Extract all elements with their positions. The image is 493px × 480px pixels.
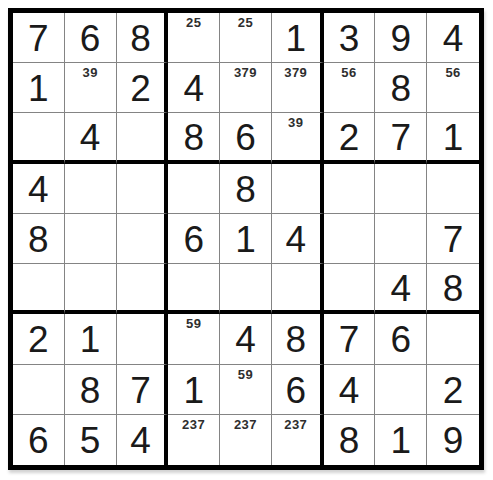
cell-digit: 4 xyxy=(183,68,204,107)
cell-r8c1[interactable] xyxy=(13,365,65,415)
cell-r2c4[interactable]: 4 xyxy=(168,63,220,113)
cell-r5c4[interactable]: 6 xyxy=(168,214,220,264)
cell-digit: 7 xyxy=(391,117,412,156)
cell-r7c9[interactable] xyxy=(427,314,479,364)
cell-digit: 2 xyxy=(130,68,151,107)
cell-r2c2[interactable]: 39 xyxy=(65,63,117,113)
cell-r7c5[interactable]: 4 xyxy=(220,314,272,364)
cell-r2c9[interactable]: 56 xyxy=(427,63,479,113)
cell-r8c4[interactable]: 1 xyxy=(168,365,220,415)
pencil-marks: 25 xyxy=(168,15,219,30)
cell-r5c1[interactable]: 8 xyxy=(13,214,65,264)
cell-r3c2[interactable]: 4 xyxy=(65,113,117,163)
pencil-marks: 379 xyxy=(272,65,320,80)
cell-r3c1[interactable] xyxy=(13,113,65,163)
cell-digit: 8 xyxy=(235,169,256,208)
cell-r8c6[interactable]: 6 xyxy=(272,365,324,415)
cell-digit: 1 xyxy=(80,319,101,358)
cell-digit: 6 xyxy=(285,370,306,409)
pencil-marks: 39 xyxy=(65,65,116,80)
cell-r9c9[interactable]: 9 xyxy=(427,415,479,465)
cell-r9c6[interactable]: 237 xyxy=(272,415,324,465)
cell-r9c4[interactable]: 237 xyxy=(168,415,220,465)
cell-r1c8[interactable]: 9 xyxy=(375,13,427,63)
cell-digit: 2 xyxy=(28,319,49,358)
cell-r5c8[interactable] xyxy=(375,214,427,264)
cell-r4c8[interactable] xyxy=(375,164,427,214)
cell-digit: 3 xyxy=(339,18,360,57)
cell-digit: 4 xyxy=(339,370,360,409)
cell-digit: 9 xyxy=(391,18,412,57)
cell-digit: 9 xyxy=(443,420,464,459)
cell-digit: 4 xyxy=(235,319,256,358)
cell-r1c2[interactable]: 6 xyxy=(65,13,117,63)
cell-r8c9[interactable]: 2 xyxy=(427,365,479,415)
cell-r2c5[interactable]: 379 xyxy=(220,63,272,113)
cell-digit: 4 xyxy=(391,268,412,307)
cell-r9c2[interactable]: 5 xyxy=(65,415,117,465)
cell-r1c3[interactable]: 8 xyxy=(117,13,169,63)
cell-digit: 4 xyxy=(285,219,306,258)
cell-r1c5[interactable]: 25 xyxy=(220,13,272,63)
cell-digit: 7 xyxy=(28,18,49,57)
cell-digit: 8 xyxy=(285,319,306,358)
cell-r7c3[interactable] xyxy=(117,314,169,364)
cell-digit: 8 xyxy=(339,420,360,459)
cell-digit: 8 xyxy=(130,18,151,57)
cell-r6c8[interactable]: 4 xyxy=(375,264,427,314)
cell-digit: 7 xyxy=(339,319,360,358)
cell-r3c5[interactable]: 6 xyxy=(220,113,272,163)
cell-digit: 1 xyxy=(443,117,464,156)
cell-digit: 1 xyxy=(183,370,204,409)
cell-digit: 8 xyxy=(391,68,412,107)
cell-r1c1[interactable]: 7 xyxy=(13,13,65,63)
cell-r7c4[interactable]: 59 xyxy=(168,314,220,364)
cell-r8c5[interactable]: 59 xyxy=(220,365,272,415)
sudoku-board: 7682525139413924379379568564863927148861… xyxy=(8,8,484,470)
cell-digit: 6 xyxy=(183,219,204,258)
cell-r6c2[interactable] xyxy=(65,264,117,314)
cell-r6c4[interactable] xyxy=(168,264,220,314)
cell-r4c5[interactable]: 8 xyxy=(220,164,272,214)
cell-digit: 6 xyxy=(80,18,101,57)
cell-r4c9[interactable] xyxy=(427,164,479,214)
cell-digit: 1 xyxy=(235,219,256,258)
cell-r9c1[interactable]: 6 xyxy=(13,415,65,465)
pencil-marks: 39 xyxy=(272,115,320,130)
pencil-marks: 59 xyxy=(168,316,219,331)
pencil-marks: 237 xyxy=(168,417,219,432)
cell-r6c6[interactable] xyxy=(272,264,324,314)
cell-digit: 8 xyxy=(28,219,49,258)
cell-r2c8[interactable]: 8 xyxy=(375,63,427,113)
pencil-marks: 56 xyxy=(427,65,479,80)
cell-digit: 4 xyxy=(80,117,101,156)
cell-r4c7[interactable] xyxy=(324,164,376,214)
cell-r2c6[interactable]: 379 xyxy=(272,63,324,113)
cell-r8c8[interactable] xyxy=(375,365,427,415)
cell-r7c1[interactable]: 2 xyxy=(13,314,65,364)
cell-r5c9[interactable]: 7 xyxy=(427,214,479,264)
cell-r3c9[interactable]: 1 xyxy=(427,113,479,163)
cell-digit: 5 xyxy=(80,420,101,459)
cell-r4c3[interactable] xyxy=(117,164,169,214)
cell-r9c3[interactable]: 4 xyxy=(117,415,169,465)
cell-r8c7[interactable]: 4 xyxy=(324,365,376,415)
cell-digit: 2 xyxy=(339,117,360,156)
cell-r1c6[interactable]: 1 xyxy=(272,13,324,63)
cell-digit: 7 xyxy=(130,370,151,409)
pencil-marks: 237 xyxy=(272,417,320,432)
cell-r1c9[interactable]: 4 xyxy=(427,13,479,63)
cell-r4c1[interactable]: 4 xyxy=(13,164,65,214)
cell-digit: 1 xyxy=(391,420,412,459)
cell-r6c5[interactable] xyxy=(220,264,272,314)
cell-digit: 4 xyxy=(443,18,464,57)
cell-digit: 7 xyxy=(443,219,464,258)
cell-r7c6[interactable]: 8 xyxy=(272,314,324,364)
cell-r4c4[interactable] xyxy=(168,164,220,214)
cell-r3c6[interactable]: 39 xyxy=(272,113,324,163)
cell-r9c8[interactable]: 1 xyxy=(375,415,427,465)
pencil-marks: 379 xyxy=(220,65,271,80)
cell-digit: 6 xyxy=(235,117,256,156)
cell-r3c4[interactable]: 8 xyxy=(168,113,220,163)
cell-r3c3[interactable] xyxy=(117,113,169,163)
cell-digit: 6 xyxy=(391,319,412,358)
cell-digit: 1 xyxy=(285,18,306,57)
pencil-marks: 56 xyxy=(324,65,375,80)
cell-r2c1[interactable]: 1 xyxy=(13,63,65,113)
pencil-marks: 237 xyxy=(220,417,271,432)
cell-r1c4[interactable]: 25 xyxy=(168,13,220,63)
cell-r5c7[interactable] xyxy=(324,214,376,264)
cell-digit: 8 xyxy=(183,117,204,156)
pencil-marks: 59 xyxy=(220,367,271,382)
cell-digit: 2 xyxy=(443,370,464,409)
cell-r8c3[interactable]: 7 xyxy=(117,365,169,415)
cell-r9c5[interactable]: 237 xyxy=(220,415,272,465)
cell-r5c6[interactable]: 4 xyxy=(272,214,324,264)
cell-r5c5[interactable]: 1 xyxy=(220,214,272,264)
cell-r2c7[interactable]: 56 xyxy=(324,63,376,113)
pencil-marks: 25 xyxy=(220,15,271,30)
cell-r9c7[interactable]: 8 xyxy=(324,415,376,465)
cell-r5c3[interactable] xyxy=(117,214,169,264)
cell-r6c9[interactable]: 8 xyxy=(427,264,479,314)
cell-r1c7[interactable]: 3 xyxy=(324,13,376,63)
cell-r3c8[interactable]: 7 xyxy=(375,113,427,163)
cell-r6c7[interactable] xyxy=(324,264,376,314)
cell-digit: 6 xyxy=(28,420,49,459)
cell-r4c2[interactable] xyxy=(65,164,117,214)
cell-digit: 4 xyxy=(28,169,49,208)
cell-digit: 8 xyxy=(80,370,101,409)
cell-digit: 4 xyxy=(130,420,151,459)
cell-r8c2[interactable]: 8 xyxy=(65,365,117,415)
cell-r7c2[interactable]: 1 xyxy=(65,314,117,364)
cell-r6c1[interactable] xyxy=(13,264,65,314)
cell-r2c3[interactable]: 2 xyxy=(117,63,169,113)
cell-r7c7[interactable]: 7 xyxy=(324,314,376,364)
cell-digit: 1 xyxy=(28,68,49,107)
cell-r6c3[interactable] xyxy=(117,264,169,314)
cell-r5c2[interactable] xyxy=(65,214,117,264)
cell-r4c6[interactable] xyxy=(272,164,324,214)
cell-r7c8[interactable]: 6 xyxy=(375,314,427,364)
cell-digit: 8 xyxy=(443,268,464,307)
cell-r3c7[interactable]: 2 xyxy=(324,113,376,163)
